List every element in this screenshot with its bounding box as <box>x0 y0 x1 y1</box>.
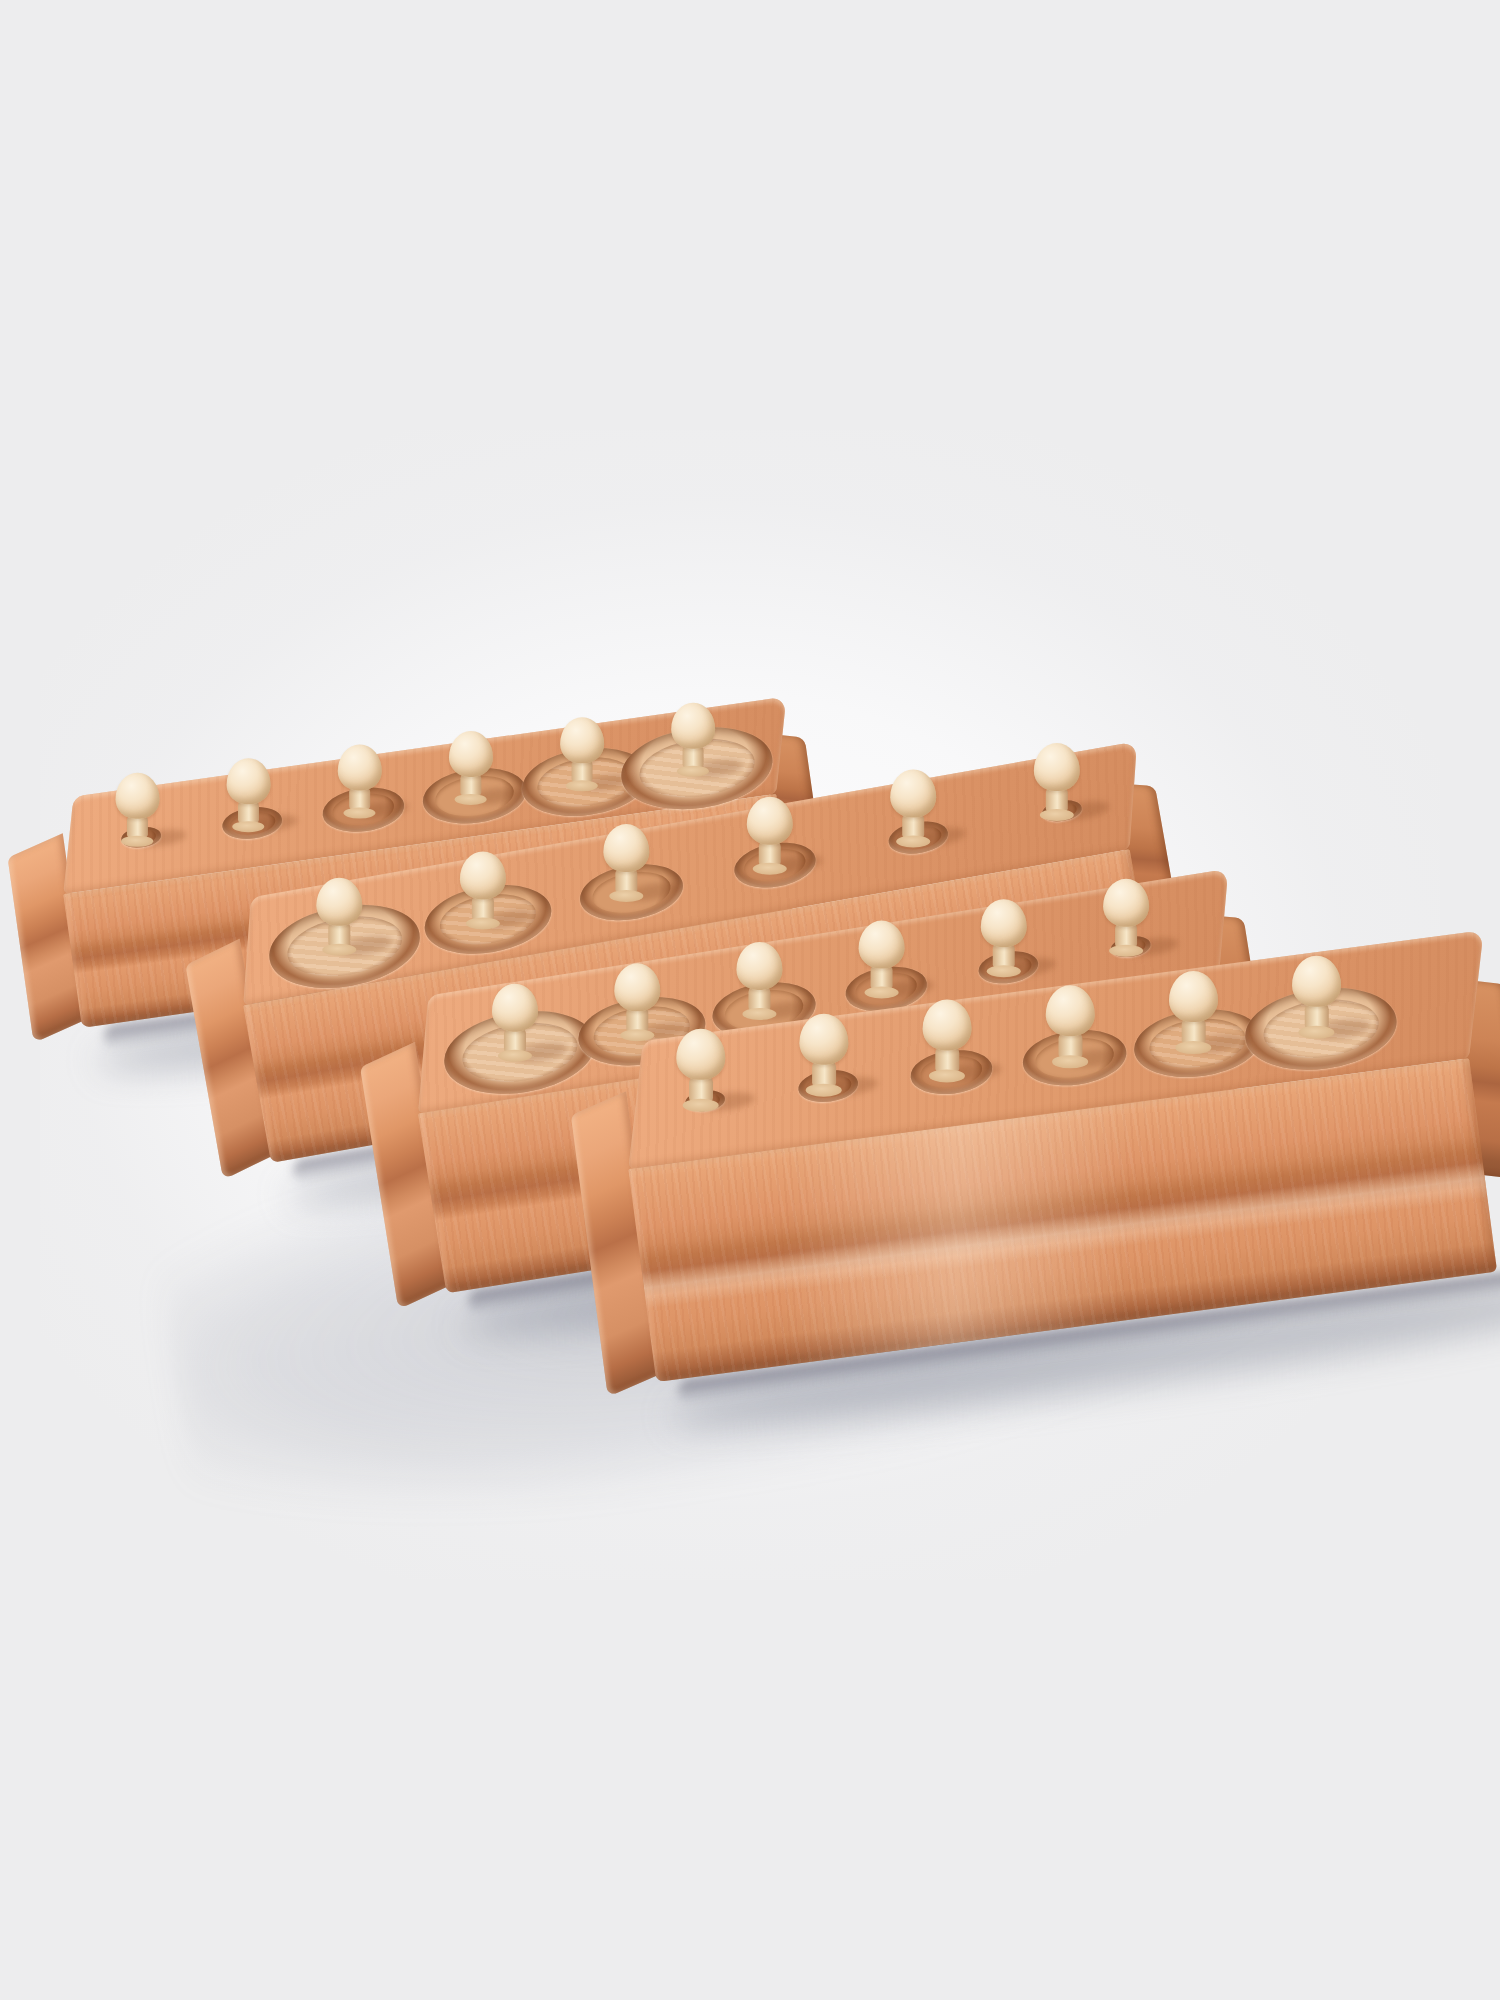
knob-head <box>859 920 905 968</box>
knob-base-flare <box>753 863 787 875</box>
knob-head <box>449 731 493 777</box>
knob-base-flare <box>1176 1041 1212 1054</box>
knob-head <box>316 878 362 926</box>
knobbed-cylinder-block-2-pos-3 <box>603 824 649 902</box>
knob-head <box>800 1014 849 1065</box>
knobbed-cylinder-block-1-pos-6 <box>671 703 715 777</box>
knob-base-flare <box>343 807 375 818</box>
knobbed-cylinder-block-4-pos-6 <box>1292 956 1341 1039</box>
knobbed-cylinder-block-1-pos-2 <box>226 758 270 832</box>
knob-base-flare <box>929 1069 965 1082</box>
knobbed-cylinder-block-4-pos-2 <box>800 1014 849 1097</box>
knob-head <box>671 703 715 749</box>
knob-head <box>677 1028 726 1079</box>
knob-base-flare <box>742 1008 776 1020</box>
knob-base-flare <box>677 766 709 777</box>
knobbed-cylinder-block-3-pos-3 <box>736 942 782 1020</box>
knobbed-cylinder-block-4-pos-4 <box>1046 985 1095 1068</box>
knobbed-cylinder-block-2-pos-4 <box>747 797 793 875</box>
knob-base-flare <box>566 780 598 791</box>
knobbed-cylinder-block-4-pos-3 <box>923 999 972 1082</box>
knob-base-flare <box>865 986 899 998</box>
knob-base-flare <box>1040 809 1074 821</box>
knob-base-flare <box>987 965 1021 977</box>
knobbed-cylinder-block-4-pos-1 <box>677 1028 726 1111</box>
knob-base-flare <box>896 836 930 848</box>
knobbed-cylinder-block-1-pos-4 <box>449 731 493 805</box>
knobbed-cylinder-block-1-pos-5 <box>560 717 604 791</box>
knob-head <box>1034 743 1080 791</box>
knob-head <box>1103 878 1149 926</box>
knob-head <box>923 999 972 1050</box>
knob-base-flare <box>683 1098 719 1111</box>
knob-head <box>603 824 649 872</box>
knobbed-cylinder-block-2-pos-5 <box>890 770 936 848</box>
knob-head <box>560 717 604 763</box>
knob-head <box>890 770 936 818</box>
knob-base-flare <box>454 793 486 804</box>
knobbed-cylinder-block-2-pos-1 <box>316 878 362 956</box>
knob-base-flare <box>1052 1055 1088 1068</box>
knobbed-cylinder-block-3-pos-6 <box>1103 878 1149 956</box>
knob-base-flare <box>1299 1026 1335 1039</box>
knob-head <box>1046 985 1095 1036</box>
knobbed-cylinder-block-2-pos-2 <box>460 851 506 929</box>
knob-head <box>747 797 793 845</box>
knob-head <box>226 758 270 804</box>
knob-head <box>1169 971 1218 1022</box>
knob-head <box>1292 956 1341 1007</box>
knobbed-cylinder-block-3-pos-4 <box>859 920 905 998</box>
knob-base-flare <box>466 917 500 929</box>
product-photo <box>0 0 1500 2000</box>
knob-base-flare <box>322 944 356 956</box>
knob-base-flare <box>121 835 153 846</box>
knob-base-flare <box>498 1050 532 1062</box>
knobbed-cylinder-block-1-pos-3 <box>338 744 382 818</box>
knob-head <box>492 984 538 1032</box>
knobbed-cylinder-block-1-pos-1 <box>115 772 159 846</box>
knobbed-cylinder-block-3-pos-5 <box>981 899 1027 977</box>
knob-head <box>981 899 1027 947</box>
knob-base-flare <box>609 890 643 902</box>
knobbed-cylinder-block-2-pos-6 <box>1034 743 1080 821</box>
knob-head <box>736 942 782 990</box>
knob-base-flare <box>1109 944 1143 956</box>
knobbed-cylinder-block-3-pos-2 <box>614 963 660 1041</box>
knob-head <box>460 851 506 899</box>
knob-head <box>338 744 382 790</box>
knob-head <box>115 772 159 818</box>
knob-head <box>614 963 660 1011</box>
knob-base-flare <box>232 821 264 832</box>
knob-base-flare <box>806 1084 842 1097</box>
knobbed-cylinder-block-4-pos-5 <box>1169 971 1218 1054</box>
knobbed-cylinder-block-3-pos-1 <box>492 984 538 1062</box>
